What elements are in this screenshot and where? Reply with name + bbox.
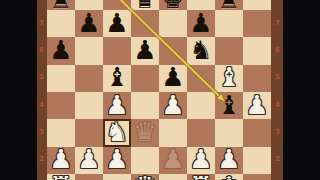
square-g8[interactable]: ♜ xyxy=(215,0,243,10)
square-b3[interactable] xyxy=(75,119,103,146)
square-a8[interactable]: ♜ xyxy=(47,0,75,10)
square-d8[interactable]: ♛ xyxy=(131,0,159,10)
square-d4[interactable] xyxy=(131,92,159,119)
square-e6[interactable] xyxy=(159,37,187,64)
square-c7[interactable]: ♟ xyxy=(103,10,131,37)
square-f2[interactable]: ♟ xyxy=(187,147,215,174)
rank-label-right-2: 2 xyxy=(273,156,283,163)
square-g6[interactable] xyxy=(215,37,243,64)
square-e4[interactable]: ♟ xyxy=(159,92,187,119)
chess-board: ♜♛♚♜♟♟♟♟♟♞♝♟♝♟♟♝♟♞♛♟♟♟♟♟♟♜♛♜♚ xyxy=(47,0,271,180)
piece-black-pawn-f7[interactable]: ♟ xyxy=(187,10,215,36)
square-h4[interactable]: ♟ xyxy=(243,92,271,119)
piece-black-bishop-g4[interactable]: ♝ xyxy=(215,92,243,118)
rank-label-left-4: 4 xyxy=(37,102,47,109)
square-e3[interactable] xyxy=(159,119,187,146)
rank-label-right-4: 4 xyxy=(273,102,283,109)
square-a2[interactable]: ♟ xyxy=(47,147,75,174)
square-f6[interactable]: ♞ xyxy=(187,37,215,64)
piece-black-bishop-c5[interactable]: ♝ xyxy=(103,64,131,90)
square-b4[interactable] xyxy=(75,92,103,119)
piece-black-pawn-b7[interactable]: ♟ xyxy=(75,10,103,36)
piece-white-rook-a1[interactable]: ♜ xyxy=(47,174,75,180)
piece-black-king-e8[interactable]: ♚ xyxy=(159,0,187,10)
square-h5[interactable] xyxy=(243,65,271,92)
rank-label-left-2: 2 xyxy=(37,156,47,163)
piece-white-queen-d1[interactable]: ♛ xyxy=(131,174,159,180)
piece-white-king-g1[interactable]: ♚ xyxy=(215,174,243,180)
square-e2[interactable]: ♟ xyxy=(159,147,187,174)
square-h3[interactable] xyxy=(243,119,271,146)
piece-white-pawn-b2[interactable]: ♟ xyxy=(75,146,103,172)
piece-black-pawn-c7[interactable]: ♟ xyxy=(103,10,131,36)
square-a7[interactable] xyxy=(47,10,75,37)
rank-label-left-7: 7 xyxy=(37,20,47,27)
square-b6[interactable] xyxy=(75,37,103,64)
piece-white-pawn-h4[interactable]: ♟ xyxy=(243,92,271,118)
rank-label-left-3: 3 xyxy=(37,129,47,136)
square-d1[interactable]: ♛ xyxy=(131,174,159,180)
rank-label-right-6: 6 xyxy=(273,47,283,54)
piece-white-pawn-f2[interactable]: ♟ xyxy=(187,146,215,172)
square-a4[interactable] xyxy=(47,92,75,119)
rank-label-left-6: 6 xyxy=(37,47,47,54)
square-a6[interactable]: ♟ xyxy=(47,37,75,64)
piece-black-rook-a8[interactable]: ♜ xyxy=(47,0,75,10)
square-d5[interactable] xyxy=(131,65,159,92)
square-f4[interactable] xyxy=(187,92,215,119)
square-c4[interactable]: ♟ xyxy=(103,92,131,119)
piece-white-pawn-e4[interactable]: ♟ xyxy=(159,92,187,118)
square-d7[interactable] xyxy=(131,10,159,37)
square-c3[interactable]: ♞ xyxy=(103,119,131,146)
square-e8[interactable]: ♚ xyxy=(159,0,187,10)
piece-white-rook-f1[interactable]: ♜ xyxy=(187,174,215,180)
square-a5[interactable] xyxy=(47,65,75,92)
square-a3[interactable] xyxy=(47,119,75,146)
piece-black-pawn-e5[interactable]: ♟ xyxy=(159,64,187,90)
square-g7[interactable] xyxy=(215,10,243,37)
square-b7[interactable]: ♟ xyxy=(75,10,103,37)
square-h1[interactable] xyxy=(243,174,271,180)
square-b5[interactable] xyxy=(75,65,103,92)
square-f7[interactable]: ♟ xyxy=(187,10,215,37)
square-h7[interactable] xyxy=(243,10,271,37)
square-g2[interactable]: ♟ xyxy=(215,147,243,174)
square-b2[interactable]: ♟ xyxy=(75,147,103,174)
piece-black-queen-d8[interactable]: ♛ xyxy=(131,0,159,10)
square-g1[interactable]: ♚ xyxy=(215,174,243,180)
piece-white-pawn-a2[interactable]: ♟ xyxy=(47,146,75,172)
square-h8[interactable] xyxy=(243,0,271,10)
square-e1[interactable] xyxy=(159,174,187,180)
ghost-piece-e2: ♟ xyxy=(159,146,187,172)
piece-black-pawn-a6[interactable]: ♟ xyxy=(47,37,75,63)
ghost-piece-d3: ♛ xyxy=(131,119,159,145)
square-e7[interactable] xyxy=(159,10,187,37)
piece-white-pawn-g2[interactable]: ♟ xyxy=(215,146,243,172)
square-d6[interactable]: ♟ xyxy=(131,37,159,64)
rank-label-right-5: 5 xyxy=(273,74,283,81)
square-d2[interactable] xyxy=(131,147,159,174)
piece-white-pawn-c4[interactable]: ♟ xyxy=(103,92,131,118)
square-d3[interactable]: ♛ xyxy=(131,119,159,146)
piece-black-knight-f6[interactable]: ♞ xyxy=(187,37,215,63)
square-a1[interactable]: ♜ xyxy=(47,174,75,180)
square-f3[interactable] xyxy=(187,119,215,146)
square-f1[interactable]: ♜ xyxy=(187,174,215,180)
square-e5[interactable]: ♟ xyxy=(159,65,187,92)
chess-video-frame: ♜♛♚♜♟♟♟♟♟♞♝♟♝♟♟♝♟♞♛♟♟♟♟♟♟♜♛♜♚ 7654327654… xyxy=(0,0,320,180)
piece-white-knight-c3[interactable]: ♞ xyxy=(103,119,131,145)
square-g4[interactable]: ♝ xyxy=(215,92,243,119)
piece-black-rook-g8[interactable]: ♜ xyxy=(215,0,243,10)
rank-label-right-3: 3 xyxy=(273,129,283,136)
square-g5[interactable]: ♝ xyxy=(215,65,243,92)
square-b1[interactable] xyxy=(75,174,103,180)
square-h2[interactable] xyxy=(243,147,271,174)
square-c5[interactable]: ♝ xyxy=(103,65,131,92)
piece-white-pawn-c2[interactable]: ♟ xyxy=(103,146,131,172)
rank-label-right-7: 7 xyxy=(273,20,283,27)
square-c2[interactable]: ♟ xyxy=(103,147,131,174)
square-g3[interactable] xyxy=(215,119,243,146)
rank-label-left-5: 5 xyxy=(37,74,47,81)
piece-black-pawn-d6[interactable]: ♟ xyxy=(131,37,159,63)
square-c1[interactable] xyxy=(103,174,131,180)
square-c6[interactable] xyxy=(103,37,131,64)
piece-white-bishop-g5[interactable]: ♝ xyxy=(215,64,243,90)
square-h6[interactable] xyxy=(243,37,271,64)
square-f5[interactable] xyxy=(187,65,215,92)
